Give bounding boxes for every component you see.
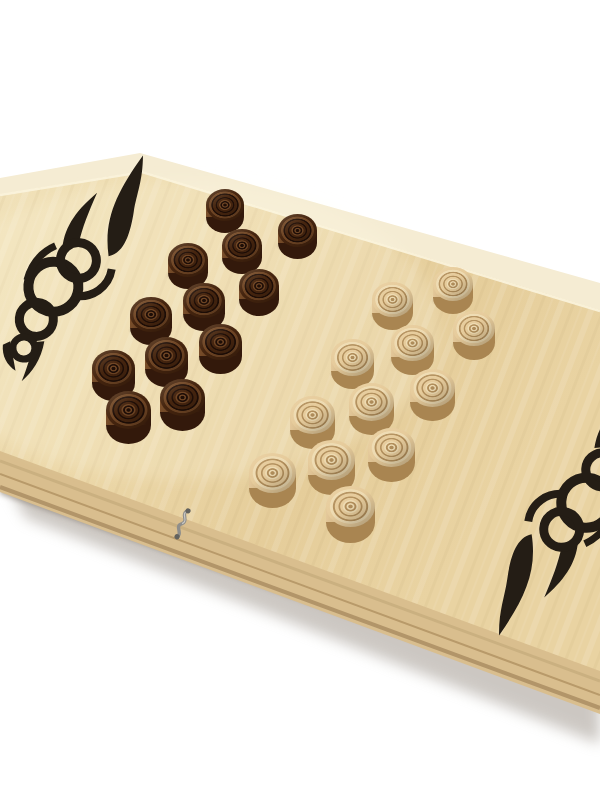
product-photo-scene — [0, 0, 600, 800]
wooden-case — [0, 0, 600, 800]
